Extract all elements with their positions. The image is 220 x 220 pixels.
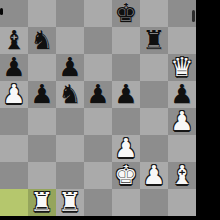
square-f4[interactable] (112, 108, 140, 135)
square-e8[interactable] (84, 0, 112, 27)
square-e7[interactable] (84, 27, 112, 54)
piece-black-king-f8[interactable]: ♚ (114, 0, 137, 26)
square-g1[interactable] (140, 189, 168, 216)
square-g6[interactable] (140, 54, 168, 81)
square-b6[interactable]: ♟ (0, 54, 28, 81)
piece-white-rook-d1[interactable]: ♜ (58, 189, 81, 215)
artifact-h8-edge-mark (192, 10, 195, 22)
square-g7[interactable]: ♜ (140, 27, 168, 54)
square-f8[interactable]: ♚ (112, 0, 140, 27)
square-c8[interactable] (28, 0, 56, 27)
square-b5[interactable]: ♟ (0, 81, 28, 108)
piece-white-pawn-g2[interactable]: ♟ (142, 162, 165, 188)
square-b8[interactable] (0, 0, 28, 27)
square-f3[interactable]: ♟ (112, 135, 140, 162)
square-c4[interactable] (28, 108, 56, 135)
square-f5[interactable]: ♟ (112, 81, 140, 108)
square-g2[interactable]: ♟ (140, 162, 168, 189)
square-b7[interactable]: ♝ (0, 27, 28, 54)
square-d1[interactable]: ♜ (56, 189, 84, 216)
piece-white-pawn-b5[interactable]: ♟ (2, 81, 25, 107)
square-h6[interactable]: ♛ (168, 54, 196, 81)
square-h7[interactable] (168, 27, 196, 54)
piece-black-knight-d5[interactable]: ♞ (58, 81, 81, 107)
square-b3[interactable] (0, 135, 28, 162)
square-b1[interactable] (0, 189, 28, 216)
square-e6[interactable] (84, 54, 112, 81)
square-d5[interactable]: ♞ (56, 81, 84, 108)
square-c3[interactable] (28, 135, 56, 162)
square-c7[interactable]: ♞ (28, 27, 56, 54)
chess-board[interactable]: ♚♝♞♜♟♟♛♟♟♞♟♟♟♟♟♚♟♝♜♜ (0, 0, 196, 216)
square-f7[interactable] (112, 27, 140, 54)
square-e4[interactable] (84, 108, 112, 135)
piece-black-pawn-b6[interactable]: ♟ (2, 54, 25, 80)
square-d8[interactable] (56, 0, 84, 27)
square-f1[interactable] (112, 189, 140, 216)
piece-white-bishop-h2[interactable]: ♝ (170, 162, 193, 188)
piece-white-pawn-f3[interactable]: ♟ (114, 135, 137, 161)
piece-black-rook-g7[interactable]: ♜ (142, 27, 165, 53)
square-c5[interactable]: ♟ (28, 81, 56, 108)
square-d4[interactable] (56, 108, 84, 135)
square-e3[interactable] (84, 135, 112, 162)
piece-black-pawn-h5[interactable]: ♟ (170, 81, 193, 107)
square-h4[interactable]: ♟ (168, 108, 196, 135)
square-d6[interactable]: ♟ (56, 54, 84, 81)
artifact-left-edge-dot (0, 8, 3, 15)
square-h2[interactable]: ♝ (168, 162, 196, 189)
square-e1[interactable] (84, 189, 112, 216)
square-h5[interactable]: ♟ (168, 81, 196, 108)
square-d7[interactable] (56, 27, 84, 54)
square-f6[interactable] (112, 54, 140, 81)
chess-app-viewport: ♚♝♞♜♟♟♛♟♟♞♟♟♟♟♟♚♟♝♜♜ (0, 0, 220, 220)
square-h3[interactable] (168, 135, 196, 162)
piece-white-queen-h6[interactable]: ♛ (170, 54, 193, 80)
piece-black-pawn-d6[interactable]: ♟ (58, 54, 81, 80)
square-c1[interactable]: ♜ (28, 189, 56, 216)
square-c2[interactable] (28, 162, 56, 189)
piece-white-king-f2[interactable]: ♚ (114, 162, 137, 188)
square-g4[interactable] (140, 108, 168, 135)
square-f2[interactable]: ♚ (112, 162, 140, 189)
square-g8[interactable] (140, 0, 168, 27)
piece-white-rook-c1[interactable]: ♜ (30, 189, 53, 215)
piece-black-pawn-f5[interactable]: ♟ (114, 81, 137, 107)
square-g3[interactable] (140, 135, 168, 162)
piece-white-pawn-h4[interactable]: ♟ (170, 108, 193, 134)
piece-black-pawn-c5[interactable]: ♟ (30, 81, 53, 107)
square-d2[interactable] (56, 162, 84, 189)
square-c6[interactable] (28, 54, 56, 81)
piece-black-pawn-e5[interactable]: ♟ (86, 81, 109, 107)
square-e5[interactable]: ♟ (84, 81, 112, 108)
square-b4[interactable] (0, 108, 28, 135)
square-g5[interactable] (140, 81, 168, 108)
piece-black-bishop-b7[interactable]: ♝ (2, 27, 25, 53)
square-e2[interactable] (84, 162, 112, 189)
square-h1[interactable] (168, 189, 196, 216)
square-b2[interactable] (0, 162, 28, 189)
square-d3[interactable] (56, 135, 84, 162)
piece-black-knight-c7[interactable]: ♞ (30, 27, 53, 53)
